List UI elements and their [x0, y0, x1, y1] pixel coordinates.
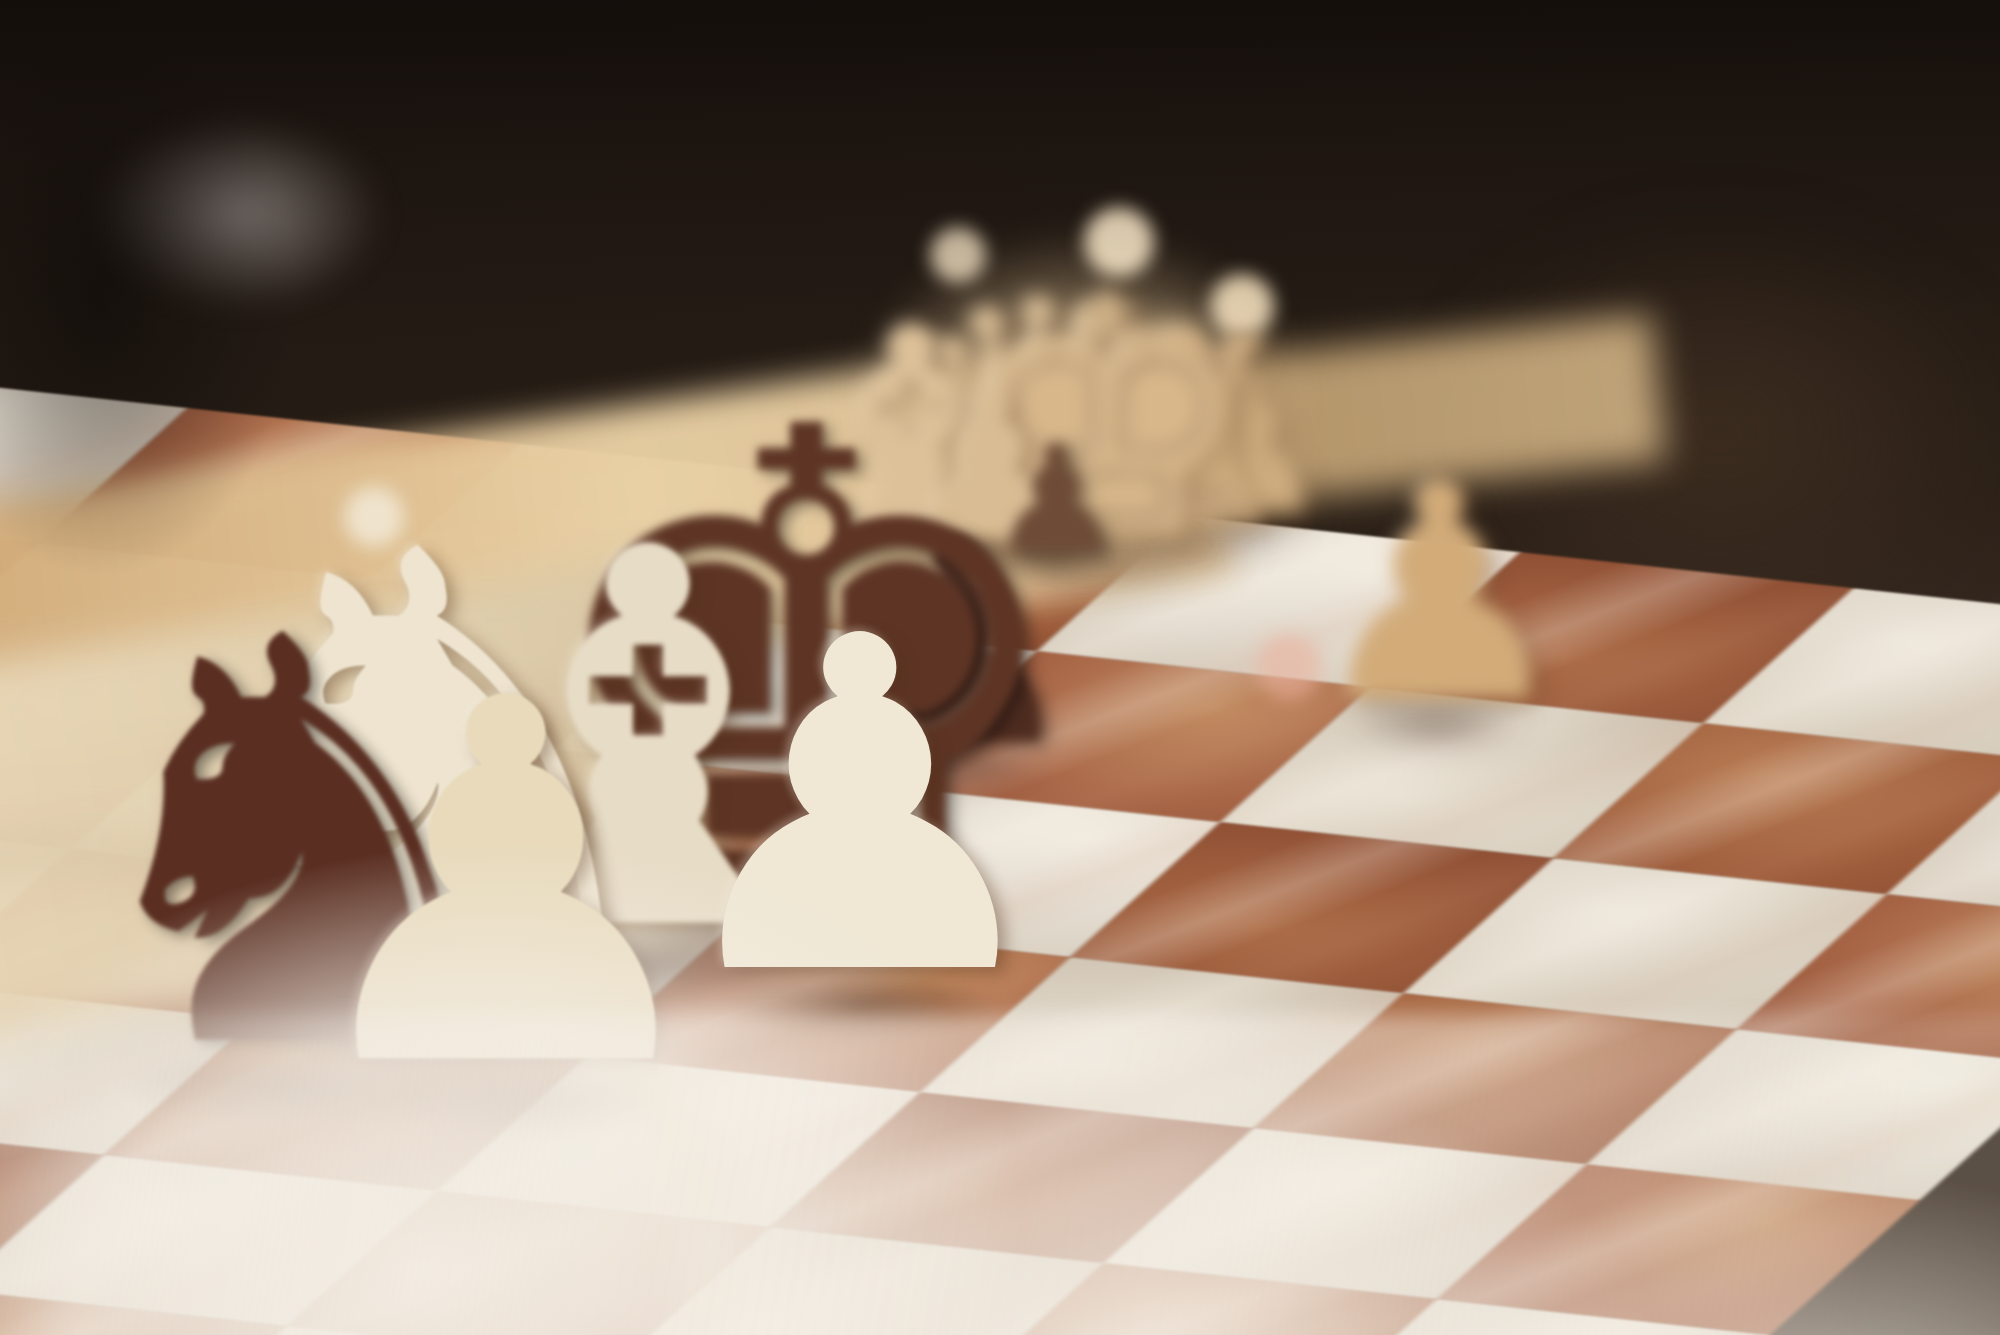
- vignette-left: [0, 0, 360, 668]
- chess-photo-scene: ♟♜♛♚♝♟♟♟♟♚♝♟♞♞♟: [0, 0, 2000, 1335]
